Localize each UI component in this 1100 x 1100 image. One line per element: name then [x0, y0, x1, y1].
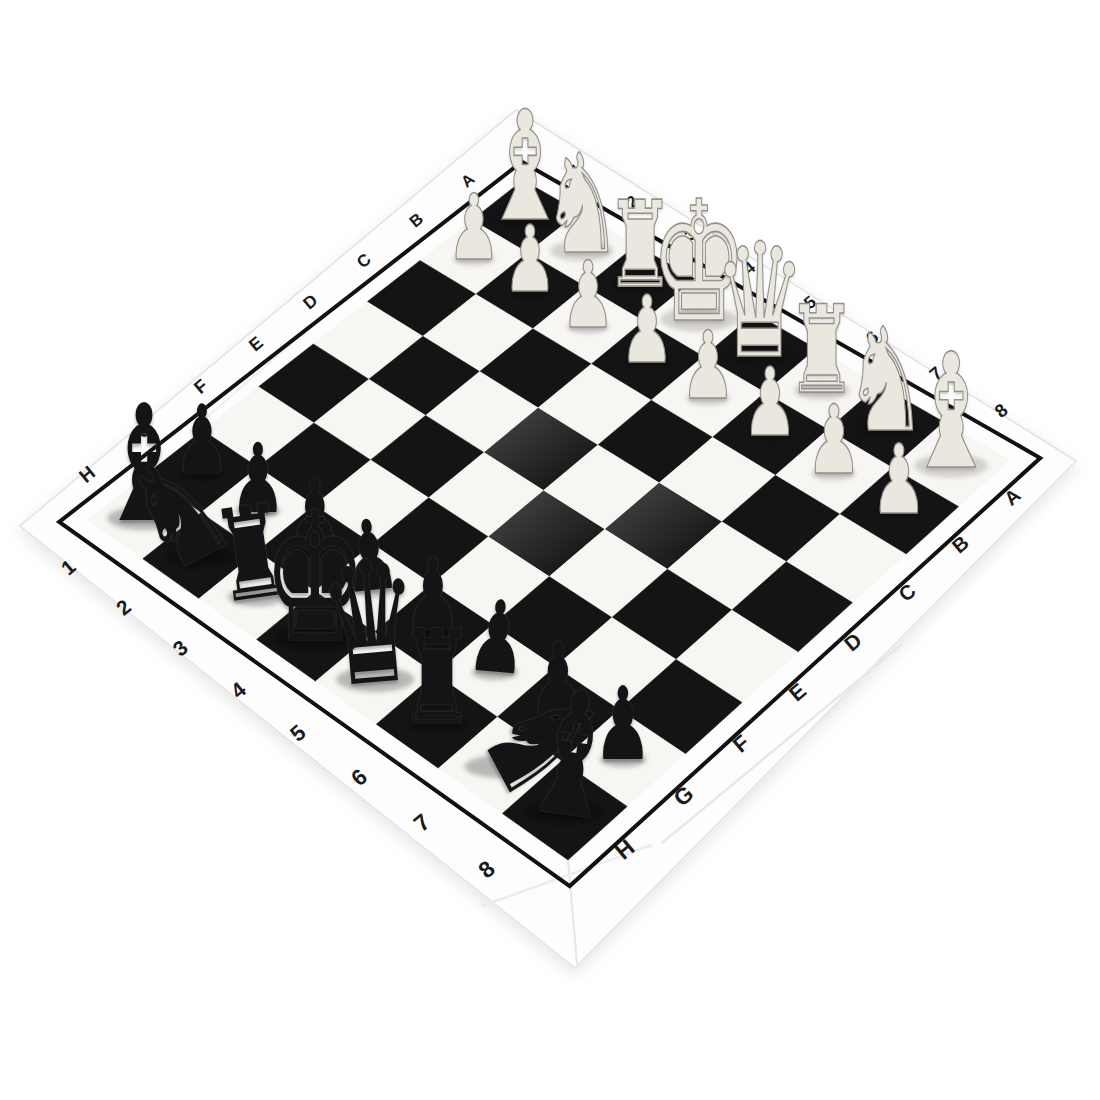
piece-shadow-g7	[535, 708, 581, 723]
piece-shadow-h3	[228, 588, 287, 607]
piece-shadow-h5	[336, 667, 414, 692]
piece-shadow-g2	[235, 504, 279, 518]
piece-shadow-g6	[472, 665, 518, 680]
piece-shadow-b6	[748, 429, 792, 443]
piece-shadow-h1	[107, 507, 181, 531]
piece-shadow-a1	[491, 207, 561, 229]
piece-shadow-g3	[292, 543, 337, 557]
piece-shadow-g1	[180, 466, 224, 480]
piece-shadow-b1	[453, 252, 495, 265]
piece-shadow-a3	[613, 276, 668, 293]
piece-shadow-b5	[686, 392, 729, 406]
piece-shadow-a2	[550, 241, 613, 261]
piece-shadow-b7	[812, 467, 856, 481]
piece-shadow-h2	[166, 547, 234, 568]
piece-shadow-b4	[626, 355, 669, 369]
piece-shadow-g8	[600, 752, 647, 767]
piece-shadow-a4	[661, 307, 738, 331]
piece-shadow-b8	[877, 505, 921, 519]
piece-shadow-h4	[274, 625, 357, 651]
piece-shadow-a5	[723, 343, 796, 366]
chess-set-photo: A1A1B2B2C3C3D4D4E5E5F6F6G7G7H8H8 ♝♞♟♜♟♚♟…	[0, 0, 1100, 1100]
piece-shadow-g5	[411, 623, 457, 637]
piece-shadow-h8	[525, 800, 604, 825]
piece-shadow-b2	[509, 286, 551, 299]
chess-mat-svg: A1A1B2B2C3C3D4D4E5E5F6F6G7G7H8H8	[0, 0, 1100, 1100]
piece-shadow-h6	[407, 713, 467, 732]
piece-shadow-a8	[914, 454, 988, 477]
piece-shadow-a6	[794, 382, 850, 400]
piece-shadow-g4	[351, 583, 396, 597]
piece-shadow-b3	[567, 320, 610, 334]
piece-shadow-a7	[853, 417, 919, 438]
piece-shadow-h7	[465, 756, 536, 778]
